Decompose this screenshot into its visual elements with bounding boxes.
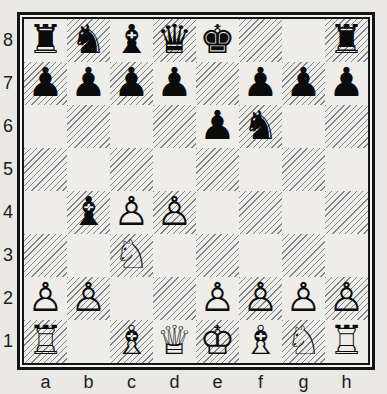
square-b4[interactable]: ♝ [67,191,110,234]
square-a3[interactable] [24,234,67,277]
white-pawn: ♙ [243,277,279,319]
square-c4[interactable]: ♙ [110,191,153,234]
square-d4[interactable]: ♙ [153,191,196,234]
square-e7[interactable] [196,62,239,105]
square-h2[interactable]: ♙ [325,277,368,320]
square-c3[interactable]: ♘ [110,234,153,277]
square-a7[interactable]: ♟ [24,62,67,105]
file-label-a: a [24,370,67,394]
black-pawn: ♟ [114,62,150,104]
square-b2[interactable]: ♙ [67,277,110,320]
black-knight: ♞ [71,19,107,61]
black-pawn: ♟ [200,105,236,147]
square-b7[interactable]: ♟ [67,62,110,105]
white-pawn: ♙ [157,191,193,233]
black-pawn: ♟ [28,62,64,104]
square-f2[interactable]: ♙ [239,277,282,320]
square-f6[interactable]: ♞ [239,105,282,148]
square-b8[interactable]: ♞ [67,19,110,62]
white-rook: ♖ [28,320,64,362]
rank-label-7: 7 [0,62,16,105]
square-d8[interactable]: ♛ [153,19,196,62]
square-g5[interactable] [282,148,325,191]
square-a5[interactable] [24,148,67,191]
rank-label-6: 6 [0,105,16,148]
rank-label-1: 1 [0,320,16,363]
rank-label-5: 5 [0,148,16,191]
black-king: ♚ [200,19,236,61]
square-f7[interactable]: ♟ [239,62,282,105]
square-g1[interactable]: ♘ [282,320,325,363]
square-e2[interactable]: ♙ [196,277,239,320]
square-e5[interactable] [196,148,239,191]
square-b1[interactable] [67,320,110,363]
square-a4[interactable] [24,191,67,234]
square-b5[interactable] [67,148,110,191]
square-d1[interactable]: ♕ [153,320,196,363]
square-d2[interactable] [153,277,196,320]
square-a6[interactable] [24,105,67,148]
file-label-g: g [282,370,325,394]
white-queen: ♕ [157,320,193,362]
black-pawn: ♟ [157,62,193,104]
black-bishop: ♝ [114,19,150,61]
rank-label-3: 3 [0,234,16,277]
square-e6[interactable]: ♟ [196,105,239,148]
square-c8[interactable]: ♝ [110,19,153,62]
square-c2[interactable] [110,277,153,320]
file-label-b: b [67,370,110,394]
square-f5[interactable] [239,148,282,191]
black-rook: ♜ [329,19,365,61]
square-c5[interactable] [110,148,153,191]
square-d5[interactable] [153,148,196,191]
square-e4[interactable] [196,191,239,234]
square-b6[interactable] [67,105,110,148]
square-b3[interactable] [67,234,110,277]
white-pawn: ♙ [71,277,107,319]
square-g3[interactable] [282,234,325,277]
square-a8[interactable]: ♜ [24,19,67,62]
black-pawn: ♟ [71,62,107,104]
square-h6[interactable] [325,105,368,148]
square-g2[interactable]: ♙ [282,277,325,320]
square-e1[interactable]: ♔ [196,320,239,363]
black-pawn: ♟ [329,62,365,104]
square-g6[interactable] [282,105,325,148]
white-bishop: ♗ [243,320,279,362]
square-a2[interactable]: ♙ [24,277,67,320]
file-label-h: h [325,370,368,394]
square-a1[interactable]: ♖ [24,320,67,363]
black-bishop: ♝ [71,191,107,233]
square-g4[interactable] [282,191,325,234]
file-label-e: e [196,370,239,394]
black-pawn: ♟ [286,62,322,104]
square-f1[interactable]: ♗ [239,320,282,363]
black-pawn: ♟ [243,62,279,104]
white-knight: ♘ [114,234,150,276]
file-label-c: c [110,370,153,394]
square-h1[interactable]: ♖ [325,320,368,363]
white-pawn: ♙ [28,277,64,319]
square-f3[interactable] [239,234,282,277]
rank-labels: 87654321 [0,19,16,363]
black-rook: ♜ [28,19,64,61]
white-knight: ♘ [286,320,322,362]
square-h8[interactable]: ♜ [325,19,368,62]
rank-label-2: 2 [0,277,16,320]
square-h4[interactable] [325,191,368,234]
square-e8[interactable]: ♚ [196,19,239,62]
square-h3[interactable] [325,234,368,277]
rank-label-4: 4 [0,191,16,234]
file-label-d: d [153,370,196,394]
black-queen: ♛ [157,19,193,61]
chess-diagram: 87654321 ♜♞♝♛♚♜♟♟♟♟♟♟♟♟♞♝♙♙♘♙♙♙♙♙♙♖♗♕♔♗♘… [0,0,387,394]
board-frame: ♜♞♝♛♚♜♟♟♟♟♟♟♟♟♞♝♙♙♘♙♙♙♙♙♙♖♗♕♔♗♘♖ [17,12,375,370]
square-e3[interactable] [196,234,239,277]
square-c1[interactable]: ♗ [110,320,153,363]
black-knight: ♞ [243,105,279,147]
square-g8[interactable] [282,19,325,62]
white-pawn: ♙ [200,277,236,319]
square-d7[interactable]: ♟ [153,62,196,105]
square-f8[interactable] [239,19,282,62]
square-d6[interactable] [153,105,196,148]
square-g7[interactable]: ♟ [282,62,325,105]
white-king: ♔ [200,320,236,362]
square-h5[interactable] [325,148,368,191]
file-label-f: f [239,370,282,394]
square-h7[interactable]: ♟ [325,62,368,105]
rank-label-8: 8 [0,19,16,62]
square-c6[interactable] [110,105,153,148]
white-bishop: ♗ [114,320,150,362]
white-pawn: ♙ [329,277,365,319]
square-c7[interactable]: ♟ [110,62,153,105]
white-pawn: ♙ [114,191,150,233]
chess-board: ♜♞♝♛♚♜♟♟♟♟♟♟♟♟♞♝♙♙♘♙♙♙♙♙♙♖♗♕♔♗♘♖ [22,17,370,365]
file-labels: abcdefgh [24,370,368,394]
white-rook: ♖ [329,320,365,362]
white-pawn: ♙ [286,277,322,319]
square-d3[interactable] [153,234,196,277]
square-f4[interactable] [239,191,282,234]
